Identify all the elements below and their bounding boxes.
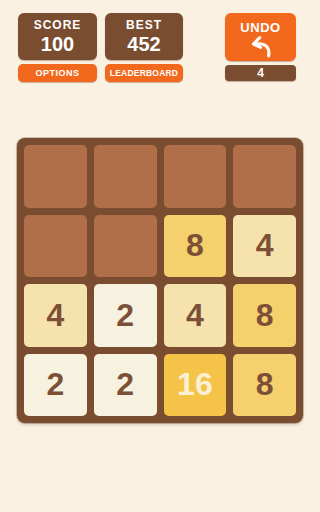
best-value: 452 [127,33,160,55]
tile-8: 8 [233,284,296,347]
best-label: BEST [126,18,162,33]
undo-button-label: UNDO [240,20,280,36]
board-cell [24,215,87,278]
app-background: { "game": "2048", "position": { "rows": … [0,0,320,512]
board[interactable]: 84424822168 [17,138,303,423]
board-cell [94,145,157,208]
board-cell [24,145,87,208]
score-value: 100 [41,33,74,55]
options-button[interactable]: OPTIONS [18,64,97,82]
tile-2: 2 [94,284,157,347]
board-cell: 8 [164,215,227,278]
undo-button[interactable]: UNDO [225,13,296,61]
tile-8: 8 [233,354,296,417]
board-cell: 2 [24,354,87,417]
board-cell: 4 [233,215,296,278]
tile-8: 8 [164,215,227,278]
tile-2: 2 [94,354,157,417]
undo-arrow-icon [248,36,274,58]
best-panel: BEST 452 [105,13,183,60]
board-cell: 4 [164,284,227,347]
board-cell: 2 [94,354,157,417]
board-cell [94,215,157,278]
score-panel: SCORE 100 [18,13,97,60]
board-cell: 8 [233,284,296,347]
tile-4: 4 [164,284,227,347]
tile-4: 4 [24,284,87,347]
leaderboard-button[interactable]: LEADERBOARD [105,64,183,82]
board-cell [164,145,227,208]
leaderboard-button-label: LEADERBOARD [110,68,178,78]
tile-2: 2 [24,354,87,417]
board-cell: 16 [164,354,227,417]
undo-count-value: 4 [257,66,264,80]
tile-4: 4 [233,215,296,278]
board-cell [233,145,296,208]
board-cell: 2 [94,284,157,347]
tile-16: 16 [164,354,227,417]
options-button-label: OPTIONS [35,68,79,78]
board-cell: 4 [24,284,87,347]
undo-count-badge: 4 [225,65,296,81]
score-label: SCORE [34,18,82,33]
board-cell: 8 [233,354,296,417]
